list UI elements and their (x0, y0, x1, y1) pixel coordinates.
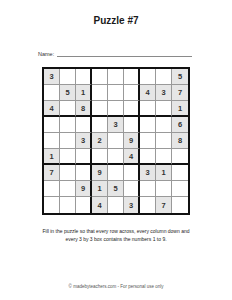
cell-r6c4[interactable] (92, 149, 108, 165)
cell-r7c1: 7 (44, 165, 60, 181)
cell-r7c9[interactable] (172, 165, 188, 181)
cell-r9c6: 3 (124, 197, 140, 213)
cell-r2c5[interactable] (108, 85, 124, 101)
cell-r8c9[interactable] (172, 181, 188, 197)
cell-r1c6[interactable] (124, 69, 140, 85)
page-title: Puzzle #7 (0, 0, 232, 26)
cell-r2c1[interactable] (44, 85, 60, 101)
cell-r7c7: 3 (140, 165, 156, 181)
cell-r5c9: 8 (172, 133, 188, 149)
cell-r8c4: 1 (92, 181, 108, 197)
cell-r1c4[interactable] (92, 69, 108, 85)
cell-r5c8[interactable] (156, 133, 172, 149)
cell-r8c5: 5 (108, 181, 124, 197)
cell-r2c9: 7 (172, 85, 188, 101)
cell-r7c3[interactable] (76, 165, 92, 181)
cell-r9c5[interactable] (108, 197, 124, 213)
cell-r4c2[interactable] (60, 117, 76, 133)
cell-r3c6[interactable] (124, 101, 140, 117)
cell-r5c5[interactable] (108, 133, 124, 149)
cell-r6c7[interactable] (140, 149, 156, 165)
cell-r9c4: 4 (92, 197, 108, 213)
cell-r8c3: 9 (76, 181, 92, 197)
cell-r2c4[interactable] (92, 85, 108, 101)
cell-r9c1[interactable] (44, 197, 60, 213)
cell-r6c2[interactable] (60, 149, 76, 165)
cell-r5c6: 9 (124, 133, 140, 149)
cell-r4c1[interactable] (44, 117, 60, 133)
name-row: Name: (38, 50, 192, 57)
cell-r9c3[interactable] (76, 197, 92, 213)
cell-r3c7[interactable] (140, 101, 156, 117)
cell-r6c8[interactable] (156, 149, 172, 165)
cell-r3c3: 8 (76, 101, 92, 117)
cell-r9c2[interactable] (60, 197, 76, 213)
name-label: Name: (38, 51, 54, 57)
cell-r4c5: 3 (108, 117, 124, 133)
cell-r3c1: 4 (44, 101, 60, 117)
cell-r6c5[interactable] (108, 149, 124, 165)
cell-r2c3: 1 (76, 85, 92, 101)
cell-r4c7[interactable] (140, 117, 156, 133)
cell-r1c2[interactable] (60, 69, 76, 85)
cell-r2c2: 5 (60, 85, 76, 101)
cell-r3c9: 1 (172, 101, 188, 117)
cell-r3c8[interactable] (156, 101, 172, 117)
cell-r5c2[interactable] (60, 133, 76, 149)
cell-r6c9[interactable] (172, 149, 188, 165)
cell-r1c8[interactable] (156, 69, 172, 85)
cell-r7c4: 9 (92, 165, 108, 181)
cell-r5c7[interactable] (140, 133, 156, 149)
cell-r8c1[interactable] (44, 181, 60, 197)
cell-r1c5[interactable] (108, 69, 124, 85)
cell-r5c1[interactable] (44, 133, 60, 149)
cell-r4c8[interactable] (156, 117, 172, 133)
cell-r9c7[interactable] (140, 197, 156, 213)
cell-r4c9: 6 (172, 117, 188, 133)
cell-r4c6[interactable] (124, 117, 140, 133)
cell-r7c6[interactable] (124, 165, 140, 181)
cell-r3c4[interactable] (92, 101, 108, 117)
cell-r9c9[interactable] (172, 197, 188, 213)
cell-r7c8: 1 (156, 165, 172, 181)
cell-r8c8[interactable] (156, 181, 172, 197)
sudoku-grid: 3551437481363298147931915437 (42, 67, 190, 215)
cell-r2c8: 3 (156, 85, 172, 101)
cell-r9c8: 7 (156, 197, 172, 213)
cell-r2c7: 4 (140, 85, 156, 101)
cell-r3c5[interactable] (108, 101, 124, 117)
cell-r3c2[interactable] (60, 101, 76, 117)
cell-r8c6[interactable] (124, 181, 140, 197)
cell-r1c3[interactable] (76, 69, 92, 85)
cell-r4c3[interactable] (76, 117, 92, 133)
name-input-line[interactable] (57, 50, 192, 57)
cell-r7c2[interactable] (60, 165, 76, 181)
cell-r1c9: 5 (172, 69, 188, 85)
cell-r1c7[interactable] (140, 69, 156, 85)
cell-r2c6[interactable] (124, 85, 140, 101)
cell-r4c4[interactable] (92, 117, 108, 133)
copyright-footer: © madebyteachers.com - For personal use … (0, 284, 232, 289)
cell-r6c3[interactable] (76, 149, 92, 165)
cell-r8c7[interactable] (140, 181, 156, 197)
cell-r6c6: 4 (124, 149, 140, 165)
instructions-line1: Fill in the puzzle so that every row acr… (26, 228, 206, 236)
cell-r8c2[interactable] (60, 181, 76, 197)
cell-r5c4: 2 (92, 133, 108, 149)
cell-r1c1: 3 (44, 69, 60, 85)
cell-r6c1: 1 (44, 149, 60, 165)
cell-r5c3: 3 (76, 133, 92, 149)
instructions: Fill in the puzzle so that every row acr… (26, 228, 206, 244)
cell-r7c5[interactable] (108, 165, 124, 181)
instructions-line2: every 3 by 3 box contains the numbers 1 … (26, 236, 206, 244)
